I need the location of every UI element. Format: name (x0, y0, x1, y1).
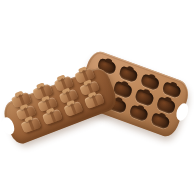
gift-cavity (155, 97, 176, 115)
finger-notch (174, 102, 190, 123)
finger-notch (0, 116, 17, 137)
gift-cavity (161, 81, 182, 99)
gift-cavity (150, 112, 171, 130)
gift-cavity (134, 89, 155, 107)
gift-cavity (139, 73, 160, 91)
bump-grid (11, 67, 105, 133)
gift-bump (42, 109, 62, 125)
chocolate-mold-tray-front (0, 65, 120, 146)
gift-bump (84, 93, 104, 109)
gift-cavity (128, 104, 149, 122)
gift-bump (21, 117, 41, 133)
gift-bump (63, 101, 83, 117)
product-photo (0, 0, 194, 194)
gift-cavity (118, 66, 139, 84)
